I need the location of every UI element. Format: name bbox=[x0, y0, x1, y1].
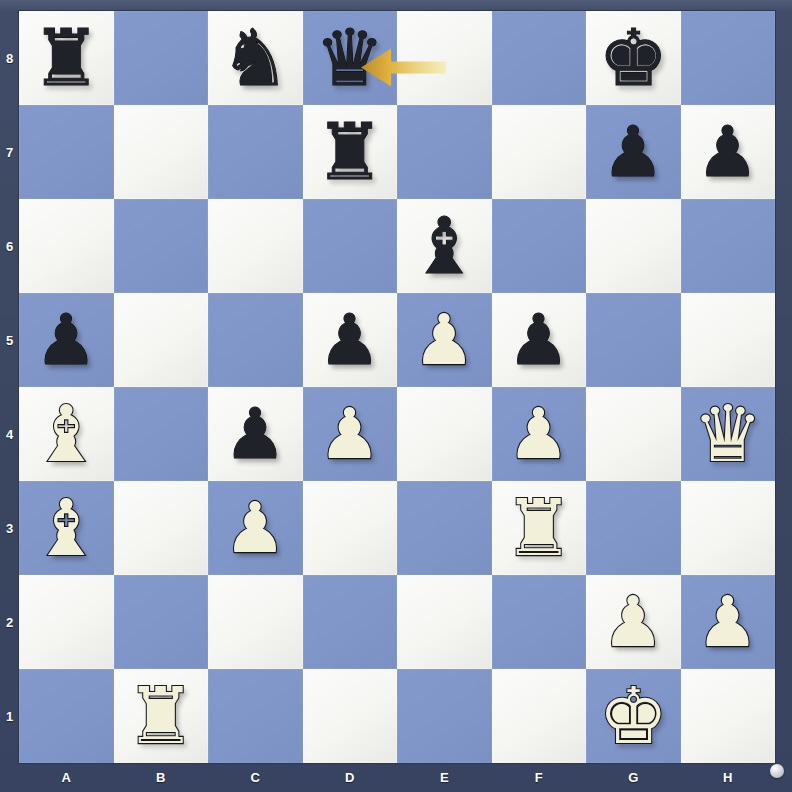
square-d2[interactable] bbox=[303, 575, 398, 669]
square-g5[interactable] bbox=[586, 293, 681, 387]
square-c4[interactable]: ♟ bbox=[208, 387, 303, 481]
square-b6[interactable] bbox=[114, 199, 209, 293]
piece-h2-white-pawn[interactable]: ♟ bbox=[696, 587, 759, 657]
square-d8[interactable]: ♛ bbox=[303, 11, 398, 105]
square-d7[interactable]: ♜ bbox=[303, 105, 398, 199]
piece-c8-black-knight[interactable]: ♞ bbox=[220, 19, 290, 97]
square-d4[interactable]: ♟ bbox=[303, 387, 398, 481]
square-e7[interactable] bbox=[397, 105, 492, 199]
square-f7[interactable] bbox=[492, 105, 587, 199]
file-label-f: F bbox=[492, 763, 587, 792]
square-g4[interactable] bbox=[586, 387, 681, 481]
square-f3[interactable]: ♜ bbox=[492, 481, 587, 575]
square-g6[interactable] bbox=[586, 199, 681, 293]
rank-label-3: 3 bbox=[0, 481, 19, 575]
square-f2[interactable] bbox=[492, 575, 587, 669]
piece-f5-black-pawn[interactable]: ♟ bbox=[507, 305, 570, 375]
piece-h4-white-queen[interactable]: ♛ bbox=[693, 395, 763, 473]
square-f5[interactable]: ♟ bbox=[492, 293, 587, 387]
square-b4[interactable] bbox=[114, 387, 209, 481]
square-g3[interactable] bbox=[586, 481, 681, 575]
file-label-c: C bbox=[208, 763, 303, 792]
square-c8[interactable]: ♞ bbox=[208, 11, 303, 105]
file-label-g: G bbox=[586, 763, 681, 792]
square-a3[interactable]: ♝ bbox=[19, 481, 114, 575]
square-a6[interactable] bbox=[19, 199, 114, 293]
square-e1[interactable] bbox=[397, 669, 492, 763]
square-e5[interactable]: ♟ bbox=[397, 293, 492, 387]
piece-e5-white-pawn[interactable]: ♟ bbox=[413, 305, 476, 375]
piece-c3-white-pawn[interactable]: ♟ bbox=[224, 493, 287, 563]
piece-g8-black-king[interactable]: ♚ bbox=[598, 19, 668, 97]
square-c3[interactable]: ♟ bbox=[208, 481, 303, 575]
piece-e6-black-bishop[interactable]: ♝ bbox=[409, 207, 479, 285]
square-h4[interactable]: ♛ bbox=[681, 387, 776, 481]
piece-d7-black-rook[interactable]: ♜ bbox=[315, 113, 385, 191]
square-h8[interactable] bbox=[681, 11, 776, 105]
square-c7[interactable] bbox=[208, 105, 303, 199]
piece-g1-white-king[interactable]: ♚ bbox=[598, 677, 668, 755]
square-g2[interactable]: ♟ bbox=[586, 575, 681, 669]
rank-label-5: 5 bbox=[0, 293, 19, 387]
piece-d4-white-pawn[interactable]: ♟ bbox=[318, 399, 381, 469]
file-label-h: H bbox=[681, 763, 776, 792]
piece-a4-white-bishop[interactable]: ♝ bbox=[31, 395, 101, 473]
square-a8[interactable]: ♜ bbox=[19, 11, 114, 105]
square-c1[interactable] bbox=[208, 669, 303, 763]
square-f4[interactable]: ♟ bbox=[492, 387, 587, 481]
piece-a8-black-rook[interactable]: ♜ bbox=[31, 19, 101, 97]
square-g1[interactable]: ♚ bbox=[586, 669, 681, 763]
square-h2[interactable]: ♟ bbox=[681, 575, 776, 669]
square-h5[interactable] bbox=[681, 293, 776, 387]
square-d6[interactable] bbox=[303, 199, 398, 293]
chess-board: ♜♞♛♚♜♟♟♝♟♟♟♟♝♟♟♟♛♝♟♜♟♟♜♚ bbox=[19, 11, 775, 763]
file-label-d: D bbox=[303, 763, 398, 792]
file-label-a: A bbox=[19, 763, 114, 792]
square-e8[interactable] bbox=[397, 11, 492, 105]
square-a2[interactable] bbox=[19, 575, 114, 669]
piece-d8-black-queen[interactable]: ♛ bbox=[315, 19, 385, 97]
square-g7[interactable]: ♟ bbox=[586, 105, 681, 199]
square-h1[interactable] bbox=[681, 669, 776, 763]
piece-b1-white-rook[interactable]: ♜ bbox=[126, 677, 196, 755]
rank-label-7: 7 bbox=[0, 105, 19, 199]
square-b1[interactable]: ♜ bbox=[114, 669, 209, 763]
square-b5[interactable] bbox=[114, 293, 209, 387]
square-a4[interactable]: ♝ bbox=[19, 387, 114, 481]
square-d5[interactable]: ♟ bbox=[303, 293, 398, 387]
piece-a3-white-bishop[interactable]: ♝ bbox=[31, 489, 101, 567]
square-e6[interactable]: ♝ bbox=[397, 199, 492, 293]
square-b3[interactable] bbox=[114, 481, 209, 575]
square-h6[interactable] bbox=[681, 199, 776, 293]
square-b2[interactable] bbox=[114, 575, 209, 669]
file-label-e: E bbox=[397, 763, 492, 792]
square-a5[interactable]: ♟ bbox=[19, 293, 114, 387]
rank-label-2: 2 bbox=[0, 575, 19, 669]
piece-c4-black-pawn[interactable]: ♟ bbox=[224, 399, 287, 469]
square-f1[interactable] bbox=[492, 669, 587, 763]
square-g8[interactable]: ♚ bbox=[586, 11, 681, 105]
file-coordinates: ABCDEFGH bbox=[19, 763, 775, 792]
square-b8[interactable] bbox=[114, 11, 209, 105]
square-a1[interactable] bbox=[19, 669, 114, 763]
rank-coordinates: 87654321 bbox=[0, 11, 19, 763]
square-h7[interactable]: ♟ bbox=[681, 105, 776, 199]
square-c6[interactable] bbox=[208, 199, 303, 293]
piece-g2-white-pawn[interactable]: ♟ bbox=[602, 587, 665, 657]
square-f6[interactable] bbox=[492, 199, 587, 293]
piece-f4-white-pawn[interactable]: ♟ bbox=[507, 399, 570, 469]
square-a7[interactable] bbox=[19, 105, 114, 199]
square-e4[interactable] bbox=[397, 387, 492, 481]
square-d1[interactable] bbox=[303, 669, 398, 763]
piece-g7-black-pawn[interactable]: ♟ bbox=[602, 117, 665, 187]
square-b7[interactable] bbox=[114, 105, 209, 199]
piece-f3-white-rook[interactable]: ♜ bbox=[504, 489, 574, 567]
square-c2[interactable] bbox=[208, 575, 303, 669]
square-e2[interactable] bbox=[397, 575, 492, 669]
chess-board-window: 87654321 ♜♞♛♚♜♟♟♝♟♟♟♟♝♟♟♟♛♝♟♜♟♟♜♚ ABCDEF… bbox=[0, 0, 792, 792]
file-label-b: B bbox=[114, 763, 209, 792]
rank-label-6: 6 bbox=[0, 199, 19, 293]
square-f8[interactable] bbox=[492, 11, 587, 105]
square-d3[interactable] bbox=[303, 481, 398, 575]
side-to-move-indicator bbox=[770, 764, 784, 778]
square-c5[interactable] bbox=[208, 293, 303, 387]
square-h3[interactable] bbox=[681, 481, 776, 575]
rank-label-8: 8 bbox=[0, 11, 19, 105]
piece-d5-black-pawn[interactable]: ♟ bbox=[318, 305, 381, 375]
rank-label-4: 4 bbox=[0, 387, 19, 481]
rank-label-1: 1 bbox=[0, 669, 19, 763]
piece-h7-black-pawn[interactable]: ♟ bbox=[696, 117, 759, 187]
square-e3[interactable] bbox=[397, 481, 492, 575]
piece-a5-black-pawn[interactable]: ♟ bbox=[35, 305, 98, 375]
